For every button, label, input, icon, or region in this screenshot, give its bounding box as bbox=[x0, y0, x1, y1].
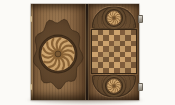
chessboard bbox=[91, 29, 137, 74]
chessboard-panel bbox=[89, 4, 139, 100]
swirl-rosette-small-top bbox=[106, 10, 122, 26]
product-photo-scene bbox=[0, 0, 175, 105]
swirl-rosette-small-bottom bbox=[106, 78, 122, 94]
front-cover-panel bbox=[31, 4, 85, 100]
eternity-swirl-rosette-carving bbox=[31, 4, 85, 100]
hinge-bottom bbox=[138, 83, 143, 91]
hinge-tab-left-bottom bbox=[30, 84, 33, 90]
hinge-tab-left-top bbox=[30, 16, 33, 22]
hinge-top bbox=[138, 15, 143, 23]
board-square bbox=[131, 68, 137, 73]
backgammon-case bbox=[31, 4, 139, 100]
